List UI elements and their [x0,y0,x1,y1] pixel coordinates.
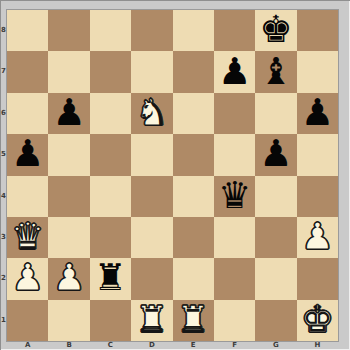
square-e6[interactable] [173,93,214,134]
piece-black-bishop-g7[interactable]: ♝ [259,51,292,91]
square-g5[interactable]: ♟ [255,134,296,175]
square-c5[interactable] [90,134,131,175]
file-label-d: D [131,341,172,350]
square-d6[interactable]: ♞ [131,93,172,134]
square-c2[interactable]: ♜ [90,258,131,299]
piece-black-pawn-f7[interactable]: ♟ [218,51,251,91]
rank-label-8: 8 [0,10,7,51]
square-b3[interactable] [48,217,89,258]
rank-label-1: 1 [0,300,7,341]
square-d5[interactable] [131,134,172,175]
file-label-b: B [48,341,89,350]
square-c6[interactable] [90,93,131,134]
square-b6[interactable]: ♟ [48,93,89,134]
piece-white-queen-a3[interactable]: ♛ [11,217,44,257]
square-g3[interactable] [255,217,296,258]
square-d7[interactable] [131,51,172,92]
square-h7[interactable] [297,51,338,92]
square-a3[interactable]: ♛ [7,217,48,258]
square-a8[interactable] [7,10,48,51]
square-e5[interactable] [173,134,214,175]
square-e7[interactable] [173,51,214,92]
rank-label-2: 2 [0,258,7,299]
piece-white-pawn-b2[interactable]: ♟ [52,258,85,298]
square-c3[interactable] [90,217,131,258]
piece-white-rook-d1[interactable]: ♜ [135,300,168,340]
square-h2[interactable] [297,258,338,299]
square-e1[interactable]: ♜ [173,300,214,341]
square-f8[interactable] [214,10,255,51]
piece-black-queen-f4[interactable]: ♛ [218,176,251,216]
square-c8[interactable] [90,10,131,51]
file-label-f: F [214,341,255,350]
square-d1[interactable]: ♜ [131,300,172,341]
square-b4[interactable] [48,176,89,217]
square-e3[interactable] [173,217,214,258]
square-b2[interactable]: ♟ [48,258,89,299]
square-f5[interactable] [214,134,255,175]
square-c4[interactable] [90,176,131,217]
square-f1[interactable] [214,300,255,341]
square-c1[interactable] [90,300,131,341]
rank-label-7: 7 [0,51,7,92]
square-g8[interactable]: ♚ [255,10,296,51]
square-f2[interactable] [214,258,255,299]
square-a6[interactable] [7,93,48,134]
piece-white-knight-d6[interactable]: ♞ [135,93,168,133]
square-g4[interactable] [255,176,296,217]
square-e2[interactable] [173,258,214,299]
chess-board: ♚♟♝♟♞♟♟♟♛♛♟♟♟♜♜♜♚ [7,10,338,341]
square-d8[interactable] [131,10,172,51]
square-h5[interactable] [297,134,338,175]
square-f4[interactable]: ♛ [214,176,255,217]
rank-label-5: 5 [0,134,7,175]
square-d4[interactable] [131,176,172,217]
file-label-h: H [297,341,338,350]
square-b5[interactable] [48,134,89,175]
square-b1[interactable] [48,300,89,341]
piece-black-pawn-b6[interactable]: ♟ [52,93,85,133]
square-g1[interactable] [255,300,296,341]
piece-black-king-g8[interactable]: ♚ [259,10,292,50]
rank-label-4: 4 [0,176,7,217]
file-label-a: A [7,341,48,350]
piece-white-rook-e1[interactable]: ♜ [177,300,210,340]
piece-white-king-h1[interactable]: ♚ [301,300,334,340]
square-h6[interactable]: ♟ [297,93,338,134]
square-a5[interactable]: ♟ [7,134,48,175]
square-d2[interactable] [131,258,172,299]
piece-white-pawn-h3[interactable]: ♟ [301,217,334,257]
square-g6[interactable] [255,93,296,134]
square-f6[interactable] [214,93,255,134]
square-a1[interactable] [7,300,48,341]
square-h3[interactable]: ♟ [297,217,338,258]
piece-black-pawn-g5[interactable]: ♟ [259,134,292,174]
square-f7[interactable]: ♟ [214,51,255,92]
piece-white-pawn-a2[interactable]: ♟ [11,258,44,298]
square-a7[interactable] [7,51,48,92]
square-c7[interactable] [90,51,131,92]
square-b7[interactable] [48,51,89,92]
square-a2[interactable]: ♟ [7,258,48,299]
square-e4[interactable] [173,176,214,217]
file-label-g: G [255,341,296,350]
file-label-e: E [173,341,214,350]
square-a4[interactable] [7,176,48,217]
chess-board-window: ♚♟♝♟♞♟♟♟♛♛♟♟♟♜♜♜♚ 87654321ABCDEFGH [0,0,350,350]
file-label-c: C [90,341,131,350]
square-h1[interactable]: ♚ [297,300,338,341]
square-e8[interactable] [173,10,214,51]
square-b8[interactable] [48,10,89,51]
square-h8[interactable] [297,10,338,51]
piece-black-pawn-h6[interactable]: ♟ [301,93,334,133]
piece-black-rook-c2[interactable]: ♜ [94,258,127,298]
rank-label-3: 3 [0,217,7,258]
square-f3[interactable] [214,217,255,258]
rank-label-6: 6 [0,93,7,134]
square-d3[interactable] [131,217,172,258]
square-g2[interactable] [255,258,296,299]
piece-black-pawn-a5[interactable]: ♟ [11,134,44,174]
square-h4[interactable] [297,176,338,217]
square-g7[interactable]: ♝ [255,51,296,92]
